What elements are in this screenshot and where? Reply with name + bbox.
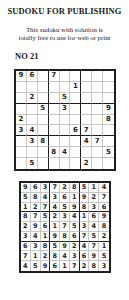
solution-cell-r2c1: 5: [21, 193, 31, 203]
puzzle-cell-r8c4: 8: [49, 147, 60, 158]
puzzle-cell-r7c1: [16, 136, 27, 147]
solution-cell-r1c3: 3: [41, 183, 51, 193]
puzzle-cell-r1c9: [103, 71, 114, 82]
puzzle-cell-r9c9: [103, 158, 114, 169]
puzzle-cell-r1c7: [81, 71, 92, 82]
puzzle-cell-r8c1: [16, 147, 27, 158]
solution-cell-r3c1: 1: [21, 203, 31, 213]
puzzle-cell-r6c7: 7: [81, 125, 92, 136]
solution-cell-r5c2: 9: [31, 222, 41, 232]
solution-cell-r9c9: 3: [99, 261, 109, 271]
puzzle-cell-r1c3: [38, 71, 49, 82]
solution-cell-r8c6: 3: [70, 251, 80, 261]
solution-cell-r3c9: 6: [99, 203, 109, 213]
solution-cell-r9c2: 5: [31, 261, 41, 271]
puzzle-cell-r9c5: [60, 158, 71, 169]
subtitle-line-2: totally free to use for web or print: [0, 34, 129, 42]
solution-cell-r7c2: 3: [31, 242, 41, 252]
solution-cell-r5c6: 5: [70, 222, 80, 232]
solution-cell-r3c7: 8: [80, 203, 90, 213]
solution-cell-r8c1: 7: [21, 251, 31, 261]
puzzle-cell-r5c4: [49, 115, 60, 126]
puzzle-cell-r2c4: [49, 82, 60, 93]
solution-cell-r6c4: 9: [50, 232, 60, 242]
subtitle-line-1: This sudoku with solution is: [0, 26, 129, 34]
puzzle-cell-r7c3: 8: [38, 136, 49, 147]
puzzle-cell-r1c4: 7: [49, 71, 60, 82]
puzzle-cell-r7c8: 7: [92, 136, 103, 147]
puzzle-cell-r1c5: [60, 71, 71, 82]
solution-cell-r5c5: 7: [60, 222, 70, 232]
puzzle-cell-r7c2: 3: [27, 136, 38, 147]
solution-cell-r3c3: 7: [41, 203, 51, 213]
solution-cell-r2c3: 4: [41, 193, 51, 203]
puzzle-cell-r7c4: [49, 136, 60, 147]
solution-cell-r3c2: 2: [31, 203, 41, 213]
puzzle-cell-r5c2: [27, 115, 38, 126]
solution-cell-r8c4: 8: [50, 251, 60, 261]
solution-cell-r5c3: 6: [41, 222, 51, 232]
solution-grid: 9637285145843619271274598368752341692961…: [19, 181, 111, 273]
puzzle-cell-r8c9: 5: [103, 147, 114, 158]
puzzle-cell-r8c3: [38, 147, 49, 158]
puzzle-cell-r4c8: [92, 104, 103, 115]
puzzle-cell-r4c6: [70, 104, 81, 115]
solution-cell-r9c5: 1: [60, 261, 70, 271]
puzzle-cell-r6c3: [38, 125, 49, 136]
puzzle-cell-r4c7: [81, 104, 92, 115]
solution-cell-r4c6: 4: [70, 212, 80, 222]
solution-cell-r7c8: 7: [89, 242, 99, 252]
solution-cell-r4c7: 1: [80, 212, 90, 222]
solution-cell-r6c7: 7: [80, 232, 90, 242]
puzzle-cell-r6c1: 3: [16, 125, 27, 136]
puzzle-cell-r2c6: 1: [70, 82, 81, 93]
solution-cell-r7c4: 5: [50, 242, 60, 252]
puzzle-cell-r5c6: [70, 115, 81, 126]
puzzle-cell-r7c7: 4: [81, 136, 92, 147]
solution-cell-r8c3: 2: [41, 251, 51, 261]
puzzle-cell-r2c3: [38, 82, 49, 93]
solution-cell-r4c3: 5: [41, 212, 51, 222]
solution-cell-r1c4: 7: [50, 183, 60, 193]
solution-cell-r9c4: 6: [50, 261, 60, 271]
solution-cell-r4c5: 3: [60, 212, 70, 222]
puzzle-cell-r4c2: [27, 104, 38, 115]
puzzle-cell-r6c6: 6: [70, 125, 81, 136]
puzzle-cell-r3c2: 2: [27, 93, 38, 104]
solution-cell-r3c5: 5: [60, 203, 70, 213]
solution-cell-r3c8: 3: [89, 203, 99, 213]
puzzle-cell-r3c1: [16, 93, 27, 104]
puzzle-cell-r6c8: [92, 125, 103, 136]
solution-cell-r4c4: 2: [50, 212, 60, 222]
solution-cell-r8c2: 1: [31, 251, 41, 261]
solution-cell-r2c5: 6: [60, 193, 70, 203]
solution-cell-r4c1: 8: [21, 212, 31, 222]
solution-cell-r9c7: 2: [80, 261, 90, 271]
puzzle-cell-r7c9: [103, 136, 114, 147]
puzzle-cell-r4c5: 3: [60, 104, 71, 115]
solution-cell-r1c6: 8: [70, 183, 80, 193]
solution-cell-r2c8: 2: [89, 193, 99, 203]
puzzle-cell-r9c6: [70, 158, 81, 169]
puzzle-cell-r8c5: 4: [60, 147, 71, 158]
puzzle-cell-r8c7: [81, 147, 92, 158]
solution-cell-r8c8: 9: [89, 251, 99, 261]
solution-cell-r2c2: 8: [31, 193, 41, 203]
puzzle-cell-r8c8: [92, 147, 103, 158]
puzzle-cell-r5c9: 8: [103, 115, 114, 126]
puzzle-cell-r3c7: [81, 93, 92, 104]
solution-cell-r9c8: 8: [89, 261, 99, 271]
solution-cell-r1c8: 1: [89, 183, 99, 193]
subtitle: This sudoku with solution is totally fre…: [0, 26, 129, 42]
sudoku-page: { "game": "sudoku", "header": { "title":…: [0, 0, 129, 300]
puzzle-cell-r4c1: [16, 104, 27, 115]
puzzle-cell-r3c5: 5: [60, 93, 71, 104]
puzzle-cell-r2c9: [103, 82, 114, 93]
solution-cell-r8c7: 6: [80, 251, 90, 261]
puzzle-cell-r6c4: [49, 125, 60, 136]
solution-cell-r5c7: 3: [80, 222, 90, 232]
puzzle-cell-r9c4: [49, 158, 60, 169]
solution-cell-r6c8: 5: [89, 232, 99, 242]
puzzle-cell-r9c1: [16, 158, 27, 169]
solution-cell-r3c4: 4: [50, 203, 60, 213]
puzzle-cell-r8c6: [70, 147, 81, 158]
puzzle-cell-r1c8: [92, 71, 103, 82]
puzzle-cell-r5c1: 2: [16, 115, 27, 126]
solution-cell-r9c1: 4: [21, 261, 31, 271]
solution-cell-r8c5: 4: [60, 251, 70, 261]
puzzle-cell-r4c4: [49, 104, 60, 115]
solution-cell-r5c9: 8: [99, 222, 109, 232]
puzzle-cell-r9c8: [92, 158, 103, 169]
solution-cell-r1c9: 4: [99, 183, 109, 193]
solution-cell-r4c8: 6: [89, 212, 99, 222]
puzzle-cell-r2c8: [92, 82, 103, 93]
solution-cell-r6c2: 4: [31, 232, 41, 242]
solution-cell-r6c5: 8: [60, 232, 70, 242]
puzzle-cell-r3c8: [92, 93, 103, 104]
solution-cell-r4c2: 7: [31, 212, 41, 222]
solution-cell-r2c7: 9: [80, 193, 90, 203]
puzzle-cell-r5c5: [60, 115, 71, 126]
solution-cell-r1c5: 2: [60, 183, 70, 193]
solution-cell-r2c9: 7: [99, 193, 109, 203]
puzzle-cell-r9c3: [38, 158, 49, 169]
solution-cell-r1c2: 6: [31, 183, 41, 193]
solution-cell-r6c1: 3: [21, 232, 31, 242]
puzzle-cell-r6c9: [103, 125, 114, 136]
solution-cell-r7c5: 9: [60, 242, 70, 252]
solution-cell-r1c1: 9: [21, 183, 31, 193]
puzzle-cell-r6c2: 4: [27, 125, 38, 136]
puzzle-cell-r2c7: [81, 82, 92, 93]
puzzle-cell-r9c2: 5: [27, 158, 38, 169]
puzzle-cell-r6c5: [60, 125, 71, 136]
solution-cell-r8c9: 5: [99, 251, 109, 261]
puzzle-cell-r3c4: [49, 93, 60, 104]
puzzle-cell-r7c6: [70, 136, 81, 147]
puzzle-cell-r1c6: [70, 71, 81, 82]
solution-cell-r1c7: 5: [80, 183, 90, 193]
puzzle-cell-r2c5: [60, 82, 71, 93]
puzzle-cell-r2c1: [16, 82, 27, 93]
puzzle-cell-r5c8: [92, 115, 103, 126]
puzzle-cell-r7c5: [60, 136, 71, 147]
puzzle-cell-r8c2: [27, 147, 38, 158]
solution-cell-r4c9: 9: [99, 212, 109, 222]
puzzle-cell-r1c2: 6: [27, 71, 38, 82]
puzzle-cell-r3c6: [70, 93, 81, 104]
solution-cell-r3c6: 9: [70, 203, 80, 213]
solution-cell-r5c8: 4: [89, 222, 99, 232]
solution-cell-r5c4: 1: [50, 222, 60, 232]
solution-cell-r2c6: 1: [70, 193, 80, 203]
puzzle-cell-r5c7: [81, 115, 92, 126]
puzzle-cell-r9c7: 2: [81, 158, 92, 169]
solution-cell-r7c7: 4: [80, 242, 90, 252]
puzzle-cell-r3c9: [103, 93, 114, 104]
puzzle-cell-r4c3: 5: [38, 104, 49, 115]
puzzle-cell-r2c2: [27, 82, 38, 93]
puzzle-cell-r5c3: [38, 115, 49, 126]
solution-cell-r5c1: 2: [21, 222, 31, 232]
puzzle-cell-r1c1: 9: [16, 71, 27, 82]
solution-cell-r6c3: 1: [41, 232, 51, 242]
puzzle-grid: 967125539283467384784552: [14, 69, 116, 171]
solution-cell-r7c3: 8: [41, 242, 51, 252]
solution-cell-r7c9: 1: [99, 242, 109, 252]
solution-cell-r2c4: 3: [50, 193, 60, 203]
solution-cell-r7c6: 2: [70, 242, 80, 252]
puzzle-cell-r3c3: [38, 93, 49, 104]
puzzle-cell-r4c9: 9: [103, 104, 114, 115]
solution-cell-r7c1: 6: [21, 242, 31, 252]
solution-cell-r6c6: 6: [70, 232, 80, 242]
solution-cell-r9c3: 9: [41, 261, 51, 271]
puzzle-number: NO 21: [15, 51, 38, 61]
solution-cell-r6c9: 2: [99, 232, 109, 242]
solution-cell-r9c6: 7: [70, 261, 80, 271]
page-title: SUDOKU FOR PUBLISHING: [0, 6, 129, 16]
